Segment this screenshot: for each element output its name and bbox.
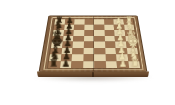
square: ♛	[125, 35, 136, 41]
square: ♚	[126, 41, 137, 47]
square: ♟	[64, 19, 74, 24]
square: ♛	[52, 35, 63, 41]
white-knight: ♞	[128, 50, 139, 61]
square: ♞	[127, 54, 139, 61]
black-pawn: ♟	[60, 58, 72, 67]
square: ♜	[54, 19, 64, 24]
square	[83, 54, 94, 61]
square	[94, 29, 104, 35]
square: ♞	[49, 54, 61, 61]
square: ♟	[62, 41, 73, 47]
square	[94, 60, 106, 67]
black-pawn: ♟	[64, 16, 74, 24]
square	[83, 47, 94, 53]
black-bishop: ♝	[50, 43, 61, 54]
square	[73, 41, 84, 47]
black-rook: ♜	[48, 57, 60, 67]
square: ♝	[50, 47, 62, 53]
square	[83, 41, 94, 47]
white-pawn: ♟	[116, 45, 127, 54]
chess-board: ♜♟♟♜♞♟♟♞♝♟♟♝♛♟♟♛♚♟♟♚♝♟♟♝♞♟♟♞♜♟♟♜	[39, 15, 148, 72]
square	[74, 19, 84, 24]
square	[105, 47, 116, 53]
square	[105, 54, 117, 61]
square: ♟	[117, 60, 129, 67]
square: ♞	[124, 24, 135, 29]
square: ♚	[51, 41, 62, 47]
square	[83, 60, 95, 67]
square	[94, 47, 105, 53]
square: ♟	[63, 29, 74, 35]
black-knight: ♞	[49, 50, 60, 61]
square: ♟	[61, 47, 72, 53]
white-bishop: ♝	[125, 25, 135, 35]
white-rook: ♜	[129, 57, 141, 67]
white-rook: ♜	[124, 15, 134, 24]
square: ♟	[116, 47, 128, 53]
square	[94, 41, 105, 47]
square: ♝	[124, 29, 135, 35]
square	[73, 35, 84, 41]
product-photo-scene: ♜♟♟♜♞♟♟♞♝♟♟♝♛♟♟♛♚♟♟♚♝♟♟♝♞♟♟♞♜♟♟♜	[0, 0, 175, 105]
square	[84, 19, 94, 24]
black-pawn: ♟	[61, 45, 72, 54]
square: ♟	[60, 60, 72, 67]
square	[104, 24, 114, 29]
white-bishop: ♝	[127, 43, 138, 54]
square	[105, 41, 116, 47]
square	[71, 60, 83, 67]
board-grid: ♜♟♟♜♞♟♟♞♝♟♟♝♛♟♟♛♚♟♟♚♝♟♟♝♞♟♟♞♜♟♟♜	[48, 19, 140, 68]
square	[84, 24, 94, 29]
square	[73, 29, 83, 35]
square	[104, 35, 115, 41]
square	[72, 54, 83, 61]
square: ♞	[54, 24, 65, 29]
square	[94, 54, 105, 61]
square	[84, 29, 94, 35]
square	[94, 24, 104, 29]
square: ♟	[64, 24, 74, 29]
black-bishop: ♝	[53, 25, 63, 35]
square	[83, 35, 94, 41]
square	[94, 35, 105, 41]
white-pawn: ♟	[117, 58, 129, 67]
square: ♜	[128, 60, 140, 67]
square: ♟	[62, 35, 73, 41]
square: ♟	[116, 54, 128, 61]
square	[94, 19, 104, 24]
square: ♜	[123, 19, 133, 24]
square: ♝	[126, 47, 138, 53]
square	[72, 47, 83, 53]
square	[74, 24, 84, 29]
square: ♜	[48, 60, 60, 67]
square: ♝	[53, 29, 64, 35]
square	[104, 29, 115, 35]
black-rook: ♜	[54, 15, 64, 24]
square: ♟	[115, 35, 126, 41]
square: ♟	[60, 54, 72, 61]
square: ♟	[115, 41, 126, 47]
square	[104, 19, 114, 24]
square	[105, 60, 117, 67]
